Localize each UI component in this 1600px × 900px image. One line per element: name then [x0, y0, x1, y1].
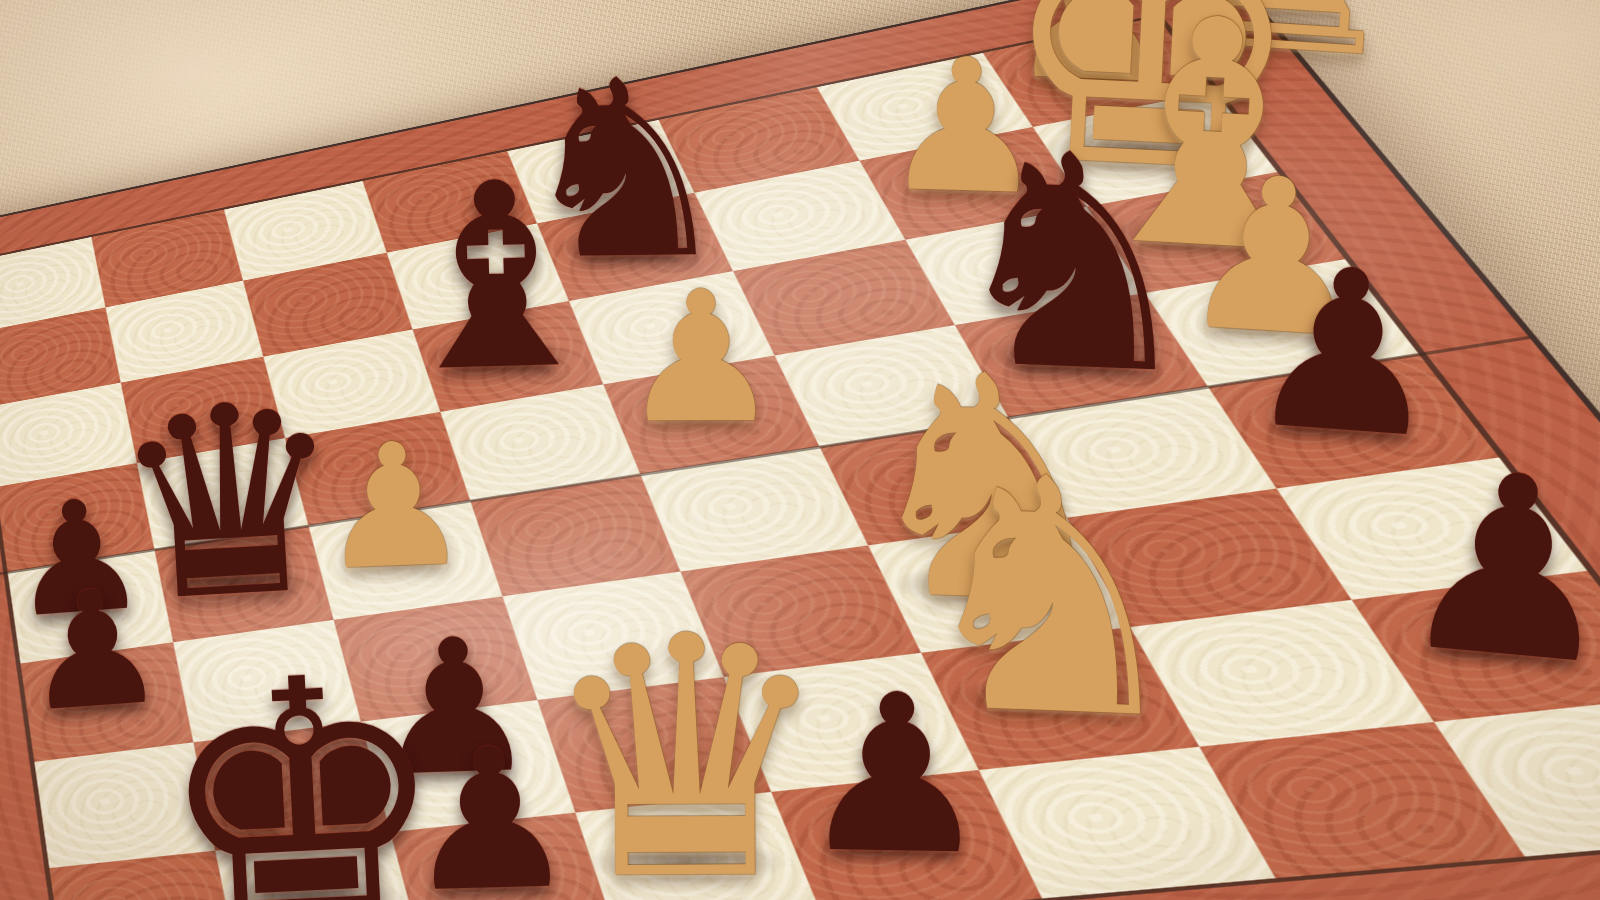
square-b3 — [173, 620, 361, 742]
square-b2 — [193, 722, 390, 851]
chess-board — [0, 0, 1600, 900]
square-a3 — [20, 642, 193, 762]
photo-scene: ♟♞♟♚♝♝♟♞♟♟♛♟♟♟♞♟♞♟♚♟♛♟♜ — [0, 0, 1600, 900]
board-grid — [0, 17, 1600, 900]
square-a2 — [34, 742, 215, 868]
